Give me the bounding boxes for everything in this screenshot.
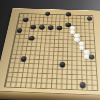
goban-photo bbox=[0, 0, 100, 100]
board-grid bbox=[0, 11, 100, 94]
board-intersection[interactable] bbox=[96, 88, 100, 94]
go-board bbox=[0, 8, 100, 100]
